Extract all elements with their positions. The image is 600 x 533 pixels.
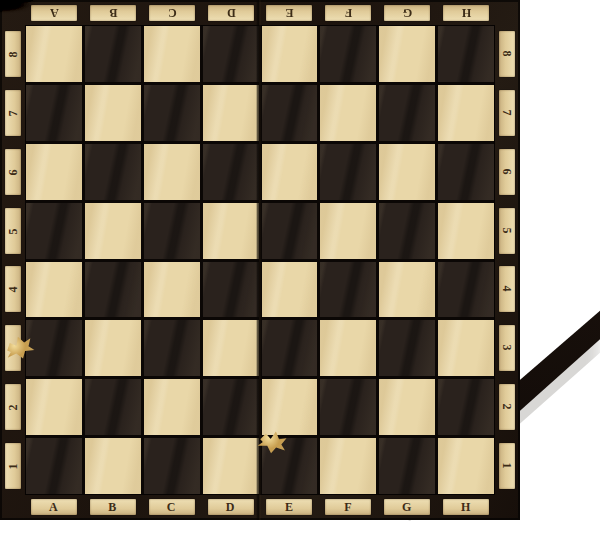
square-a6: [26, 144, 82, 200]
square-h4: [438, 262, 494, 318]
square-g4: [379, 262, 435, 318]
square-c2: [144, 379, 200, 435]
file-label-south-b: B: [90, 499, 136, 515]
square-e8: [262, 26, 318, 82]
rank-label-east-8: 8: [499, 31, 515, 77]
rank-label-west-6: 6: [5, 149, 21, 195]
file-label-north-g: G: [384, 5, 430, 21]
file-label-south-f: F: [325, 499, 371, 515]
rank-label-east-3: 3: [499, 325, 515, 371]
square-b7: [85, 85, 141, 141]
square-g3: [379, 320, 435, 376]
square-a1: [26, 438, 82, 494]
square-a3: [26, 320, 82, 376]
rank-label-east-6: 6: [499, 149, 515, 195]
square-f2: [320, 379, 376, 435]
square-b6: [85, 144, 141, 200]
file-label-south-g: G: [384, 499, 430, 515]
square-c1: [144, 438, 200, 494]
square-a4: [26, 262, 82, 318]
file-label-south-e: E: [266, 499, 312, 515]
square-f8: [320, 26, 376, 82]
file-label-north-e: E: [266, 5, 312, 21]
square-a5: [26, 203, 82, 259]
square-e3: [262, 320, 318, 376]
square-f1: [320, 438, 376, 494]
square-f7: [320, 85, 376, 141]
file-label-north-f: F: [325, 5, 371, 21]
file-label-south-a: A: [31, 499, 77, 515]
square-g6: [379, 144, 435, 200]
square-f6: [320, 144, 376, 200]
square-b8: [85, 26, 141, 82]
rank-label-east-1: 1: [499, 443, 515, 489]
square-a2: [26, 379, 82, 435]
square-d8: [203, 26, 259, 82]
chess-board: AABBCCDDEEFFGGHH1122334455667788: [0, 0, 520, 520]
rank-label-west-5: 5: [5, 208, 21, 254]
square-a8: [26, 26, 82, 82]
square-h2: [438, 379, 494, 435]
square-e6: [262, 144, 318, 200]
square-f4: [320, 262, 376, 318]
rank-label-east-2: 2: [499, 384, 515, 430]
square-d3: [203, 320, 259, 376]
square-h1: [438, 438, 494, 494]
square-d2: [203, 379, 259, 435]
square-h5: [438, 203, 494, 259]
square-b1: [85, 438, 141, 494]
rank-label-east-7: 7: [499, 90, 515, 136]
square-c4: [144, 262, 200, 318]
square-b3: [85, 320, 141, 376]
square-h3: [438, 320, 494, 376]
square-g1: [379, 438, 435, 494]
square-b4: [85, 262, 141, 318]
square-e4: [262, 262, 318, 318]
square-g5: [379, 203, 435, 259]
rank-label-west-1: 1: [5, 443, 21, 489]
square-e5: [262, 203, 318, 259]
file-label-south-c: C: [149, 499, 195, 515]
rank-label-west-2: 2: [5, 384, 21, 430]
fold-seam: [256, 0, 261, 520]
file-label-north-b: B: [90, 5, 136, 21]
rank-label-east-5: 5: [499, 208, 515, 254]
file-label-north-a: A: [31, 5, 77, 21]
square-h8: [438, 26, 494, 82]
file-label-north-d: D: [208, 5, 254, 21]
file-label-north-h: H: [443, 5, 489, 21]
square-g2: [379, 379, 435, 435]
rank-label-west-7: 7: [5, 90, 21, 136]
square-c8: [144, 26, 200, 82]
square-c6: [144, 144, 200, 200]
square-a7: [26, 85, 82, 141]
square-b5: [85, 203, 141, 259]
square-d4: [203, 262, 259, 318]
square-e2: [262, 379, 318, 435]
square-h6: [438, 144, 494, 200]
square-c3: [144, 320, 200, 376]
square-e7: [262, 85, 318, 141]
file-label-north-c: C: [149, 5, 195, 21]
square-g8: [379, 26, 435, 82]
square-d1: [203, 438, 259, 494]
chess-set-photo: AABBCCDDEEFFGGHH1122334455667788 ♜♞♝♛♚♝♞…: [0, 0, 600, 533]
rank-label-west-8: 8: [5, 31, 21, 77]
rank-label-west-4: 4: [5, 266, 21, 312]
file-label-south-h: H: [443, 499, 489, 515]
file-label-south-d: D: [208, 499, 254, 515]
square-f3: [320, 320, 376, 376]
square-h7: [438, 85, 494, 141]
square-f5: [320, 203, 376, 259]
square-c7: [144, 85, 200, 141]
square-c5: [144, 203, 200, 259]
square-g7: [379, 85, 435, 141]
square-d7: [203, 85, 259, 141]
square-d5: [203, 203, 259, 259]
square-d6: [203, 144, 259, 200]
square-b2: [85, 379, 141, 435]
rank-label-east-4: 4: [499, 266, 515, 312]
